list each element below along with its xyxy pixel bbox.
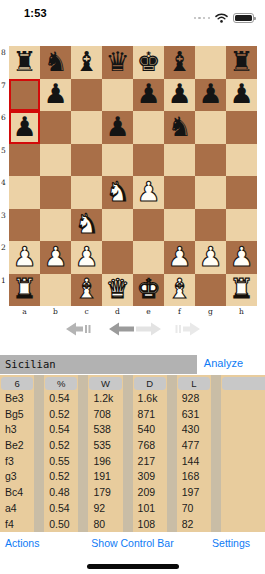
square-h2[interactable]: ♟ bbox=[226, 241, 257, 274]
square-h4[interactable] bbox=[226, 176, 257, 209]
square-f5[interactable] bbox=[164, 144, 195, 177]
stat-cell: 92 bbox=[88, 501, 122, 517]
file-label-f: f bbox=[164, 307, 195, 316]
empty-cell bbox=[221, 454, 265, 470]
stat-cell: 871 bbox=[133, 407, 167, 423]
step-forward-button[interactable] bbox=[136, 322, 161, 336]
square-h1[interactable]: ♜ bbox=[226, 274, 257, 307]
rank-label-7: 7 bbox=[1, 82, 9, 90]
stat-cell: 1.6k bbox=[133, 391, 167, 407]
square-e3[interactable] bbox=[133, 209, 164, 242]
file-label-c: c bbox=[71, 307, 102, 316]
black-knight: ♞ bbox=[43, 48, 67, 75]
square-d8[interactable]: ♛ bbox=[102, 46, 133, 79]
square-f4[interactable] bbox=[164, 176, 195, 209]
stat-cell: 197 bbox=[177, 485, 211, 501]
square-a2[interactable]: ♟ bbox=[9, 241, 40, 274]
square-e5[interactable] bbox=[133, 144, 164, 177]
square-d3[interactable] bbox=[102, 209, 133, 242]
black-pawn: ♟ bbox=[105, 113, 129, 140]
rank-label-5: 5 bbox=[1, 147, 9, 155]
move-cell: Bc4 bbox=[0, 485, 34, 501]
white-rook: ♜ bbox=[12, 275, 36, 302]
square-b4[interactable] bbox=[40, 176, 71, 209]
stat-cell: 0.55 bbox=[44, 454, 78, 470]
header-cell-empty bbox=[221, 375, 265, 391]
move-row-Bc4[interactable]: Bc40.48179209197 bbox=[0, 485, 265, 501]
square-d2[interactable] bbox=[102, 241, 133, 274]
white-pawn: ♟ bbox=[43, 243, 67, 270]
header-cell-W: W bbox=[88, 375, 122, 391]
step-back-button[interactable] bbox=[109, 322, 134, 336]
move-row-f4[interactable]: f40.508010882 bbox=[0, 517, 265, 533]
square-g1[interactable] bbox=[195, 274, 226, 307]
stat-cell: 0.54 bbox=[44, 422, 78, 438]
header-cell-L: L bbox=[177, 375, 211, 391]
move-cell: f3 bbox=[0, 454, 34, 470]
square-f1[interactable]: ♝ bbox=[164, 274, 195, 307]
header-cell-D: D bbox=[133, 375, 167, 391]
rank-label-3: 3 bbox=[1, 212, 9, 220]
stat-cell: 1.2k bbox=[88, 391, 122, 407]
wifi-icon bbox=[215, 9, 228, 27]
square-b6[interactable] bbox=[40, 111, 71, 144]
move-row-Be2[interactable]: Be20.52535768477 bbox=[0, 438, 265, 454]
square-d7[interactable] bbox=[102, 79, 133, 112]
rank-label-1: 1 bbox=[1, 277, 9, 285]
black-bishop: ♝ bbox=[74, 48, 98, 75]
stat-cell: 0.52 bbox=[44, 469, 78, 485]
stat-cell: 708 bbox=[88, 407, 122, 423]
black-pawn: ♟ bbox=[229, 80, 253, 107]
opening-row: Sicilian Analyze bbox=[0, 355, 265, 374]
square-g6[interactable] bbox=[195, 111, 226, 144]
square-g2[interactable]: ♟ bbox=[195, 241, 226, 274]
header-pill-W[interactable]: W bbox=[89, 377, 121, 390]
stat-cell: 535 bbox=[88, 438, 122, 454]
black-pawn: ♟ bbox=[43, 80, 67, 107]
empty-cell bbox=[221, 438, 265, 454]
stat-cell: 538 bbox=[88, 422, 122, 438]
white-pawn: ♟ bbox=[12, 243, 36, 270]
square-e4[interactable]: ♟ bbox=[133, 176, 164, 209]
square-a1[interactable]: ♜ bbox=[9, 274, 40, 307]
header-pill-%[interactable]: % bbox=[45, 377, 77, 390]
black-pawn: ♟ bbox=[167, 80, 191, 107]
opening-name: Sicilian bbox=[0, 355, 197, 374]
header-pill-6[interactable]: 6 bbox=[1, 377, 33, 390]
stat-cell: 217 bbox=[133, 454, 167, 470]
file-label-d: d bbox=[102, 307, 133, 316]
square-f8[interactable]: ♝ bbox=[164, 46, 195, 79]
stat-cell: 631 bbox=[177, 407, 211, 423]
move-cell: a4 bbox=[0, 501, 34, 517]
stat-cell: 0.54 bbox=[44, 501, 78, 517]
battery-icon bbox=[233, 13, 254, 23]
stat-cell: 191 bbox=[88, 469, 122, 485]
move-cell: Be3 bbox=[0, 391, 34, 407]
white-pawn: ♟ bbox=[136, 178, 160, 205]
white-king: ♚ bbox=[136, 275, 160, 302]
header-pill-D[interactable]: D bbox=[134, 377, 166, 390]
black-pawn: ♟ bbox=[136, 80, 160, 107]
stat-cell: 928 bbox=[177, 391, 211, 407]
square-c4[interactable] bbox=[71, 176, 102, 209]
chess-board[interactable]: ♜♞♝♛♚♝♜♟♟♟♟♟♟♟♞♞♟♞♟♟♟♟♟♟♜♝♛♚♝♜ bbox=[9, 46, 257, 306]
rank-label-8: 8 bbox=[1, 49, 9, 57]
stats-header-row: 6%WDL bbox=[0, 375, 265, 391]
stat-cell: 0.52 bbox=[44, 407, 78, 423]
black-rook: ♜ bbox=[12, 48, 36, 75]
square-f7[interactable]: ♟ bbox=[164, 79, 195, 112]
move-cell: h3 bbox=[0, 422, 34, 438]
stat-cell: 0.50 bbox=[44, 517, 78, 533]
board-file-labels: abcdefgh bbox=[9, 307, 257, 316]
square-g8[interactable] bbox=[195, 46, 226, 79]
square-h8[interactable]: ♜ bbox=[226, 46, 257, 79]
square-b2[interactable]: ♟ bbox=[40, 241, 71, 274]
square-d6[interactable]: ♟ bbox=[102, 111, 133, 144]
show-control-bar-button[interactable]: Show Control Bar bbox=[91, 537, 173, 549]
black-bishop: ♝ bbox=[167, 48, 191, 75]
status-icons bbox=[194, 9, 254, 27]
empty-cell bbox=[221, 422, 265, 438]
stat-cell: 108 bbox=[133, 517, 167, 533]
stat-cell: 768 bbox=[133, 438, 167, 454]
square-a5[interactable] bbox=[9, 144, 40, 177]
white-bishop: ♝ bbox=[167, 275, 191, 302]
black-king: ♚ bbox=[136, 48, 160, 75]
square-e2[interactable] bbox=[133, 241, 164, 274]
file-label-b: b bbox=[40, 307, 71, 316]
square-g5[interactable] bbox=[195, 144, 226, 177]
empty-cell bbox=[221, 501, 265, 517]
square-c5[interactable] bbox=[71, 144, 102, 177]
square-h7[interactable]: ♟ bbox=[226, 79, 257, 112]
white-pawn: ♟ bbox=[198, 243, 222, 270]
black-pawn: ♟ bbox=[198, 80, 222, 107]
square-g4[interactable] bbox=[195, 176, 226, 209]
square-c6[interactable] bbox=[71, 111, 102, 144]
move-navigation bbox=[0, 321, 265, 337]
move-cell: f4 bbox=[0, 517, 34, 533]
empty-cell bbox=[221, 485, 265, 501]
move-cell: Be2 bbox=[0, 438, 34, 454]
move-cell: g3 bbox=[0, 469, 34, 485]
stat-cell: 82 bbox=[177, 517, 211, 533]
file-label-a: a bbox=[9, 307, 40, 316]
rank-label-6: 6 bbox=[1, 114, 9, 122]
move-row-Bg5[interactable]: Bg50.52708871631 bbox=[0, 407, 265, 423]
skip-back-button[interactable] bbox=[66, 322, 92, 336]
header-cell-6: 6 bbox=[0, 375, 34, 391]
white-pawn: ♟ bbox=[74, 243, 98, 270]
stat-cell: 209 bbox=[133, 485, 167, 501]
stat-cell: 477 bbox=[177, 438, 211, 454]
rank-label-2: 2 bbox=[1, 244, 9, 252]
empty-cell bbox=[221, 469, 265, 485]
clock-time: 1:53 bbox=[24, 7, 47, 19]
square-c3[interactable]: ♞ bbox=[71, 209, 102, 242]
file-label-e: e bbox=[133, 307, 164, 316]
square-d5[interactable] bbox=[102, 144, 133, 177]
stat-cell: 144 bbox=[177, 454, 211, 470]
bottom-toolbar: Actions Show Control Bar Settings bbox=[0, 537, 265, 551]
move-stats-table: 6%WDLBe30.541.2k1.6k928Bg50.52708871631h… bbox=[0, 375, 265, 532]
square-a3[interactable] bbox=[9, 209, 40, 242]
square-c1[interactable]: ♝ bbox=[71, 274, 102, 307]
move-cell: Bg5 bbox=[0, 407, 34, 423]
stat-cell: 0.48 bbox=[44, 485, 78, 501]
square-f2[interactable]: ♟ bbox=[164, 241, 195, 274]
stat-cell: 430 bbox=[177, 422, 211, 438]
square-b3[interactable] bbox=[40, 209, 71, 242]
empty-cell bbox=[221, 407, 265, 423]
move-row-g3[interactable]: g30.52191309168 bbox=[0, 469, 265, 485]
empty-cell bbox=[221, 517, 265, 533]
stat-cell: 0.54 bbox=[44, 391, 78, 407]
cellular-signal-icon bbox=[194, 17, 210, 19]
move-row-f3[interactable]: f30.55196217144 bbox=[0, 454, 265, 470]
square-d4[interactable]: ♞ bbox=[102, 176, 133, 209]
square-c8[interactable]: ♝ bbox=[71, 46, 102, 79]
white-bishop: ♝ bbox=[74, 275, 98, 302]
white-knight: ♞ bbox=[105, 178, 129, 205]
white-pawn: ♟ bbox=[229, 243, 253, 270]
square-e7[interactable]: ♟ bbox=[133, 79, 164, 112]
settings-button[interactable]: Settings bbox=[212, 537, 250, 549]
square-e8[interactable]: ♚ bbox=[133, 46, 164, 79]
white-rook: ♜ bbox=[229, 275, 253, 302]
square-c2[interactable]: ♟ bbox=[71, 241, 102, 274]
square-b8[interactable]: ♞ bbox=[40, 46, 71, 79]
file-label-g: g bbox=[195, 307, 226, 316]
black-knight: ♞ bbox=[167, 113, 191, 140]
square-a4[interactable] bbox=[9, 176, 40, 209]
square-c7[interactable] bbox=[71, 79, 102, 112]
empty-cell bbox=[221, 391, 265, 407]
home-indicator[interactable] bbox=[87, 564, 179, 569]
black-rook: ♜ bbox=[229, 48, 253, 75]
square-b1[interactable] bbox=[40, 274, 71, 307]
square-e1[interactable]: ♚ bbox=[133, 274, 164, 307]
stat-cell: 168 bbox=[177, 469, 211, 485]
white-knight: ♞ bbox=[74, 210, 98, 237]
square-g7[interactable]: ♟ bbox=[195, 79, 226, 112]
rank-label-4: 4 bbox=[1, 179, 9, 187]
square-g3[interactable] bbox=[195, 209, 226, 242]
square-a6[interactable]: ♟ bbox=[9, 111, 40, 144]
square-e6[interactable] bbox=[133, 111, 164, 144]
square-h3[interactable] bbox=[226, 209, 257, 242]
stat-cell: 80 bbox=[88, 517, 122, 533]
analyze-button[interactable]: Analyze bbox=[204, 357, 243, 369]
header-pill-empty[interactable] bbox=[222, 377, 265, 390]
status-bar: 1:53 bbox=[0, 0, 265, 24]
square-f3[interactable] bbox=[164, 209, 195, 242]
white-queen: ♛ bbox=[105, 275, 129, 302]
square-f6[interactable]: ♞ bbox=[164, 111, 195, 144]
stat-cell: 196 bbox=[88, 454, 122, 470]
white-pawn: ♟ bbox=[167, 243, 191, 270]
black-queen: ♛ bbox=[105, 48, 129, 75]
stat-cell: 101 bbox=[133, 501, 167, 517]
header-cell-%: % bbox=[44, 375, 78, 391]
stat-cell: 540 bbox=[133, 422, 167, 438]
stat-cell: 70 bbox=[177, 501, 211, 517]
move-row-h3[interactable]: h30.54538540430 bbox=[0, 422, 265, 438]
square-a8[interactable]: ♜ bbox=[9, 46, 40, 79]
actions-button[interactable]: Actions bbox=[5, 537, 39, 549]
stat-cell: 309 bbox=[133, 469, 167, 485]
header-pill-L[interactable]: L bbox=[178, 377, 210, 390]
stat-cell: 0.52 bbox=[44, 438, 78, 454]
skip-forward-button[interactable] bbox=[174, 322, 200, 336]
black-pawn: ♟ bbox=[12, 113, 36, 140]
square-a7[interactable] bbox=[9, 79, 40, 112]
square-h6[interactable] bbox=[226, 111, 257, 144]
move-row-a4[interactable]: a40.549210170 bbox=[0, 501, 265, 517]
square-d1[interactable]: ♛ bbox=[102, 274, 133, 307]
file-label-h: h bbox=[226, 307, 257, 316]
stat-cell: 179 bbox=[88, 485, 122, 501]
square-b7[interactable]: ♟ bbox=[40, 79, 71, 112]
square-h5[interactable] bbox=[226, 144, 257, 177]
square-b5[interactable] bbox=[40, 144, 71, 177]
move-row-Be3[interactable]: Be30.541.2k1.6k928 bbox=[0, 391, 265, 407]
